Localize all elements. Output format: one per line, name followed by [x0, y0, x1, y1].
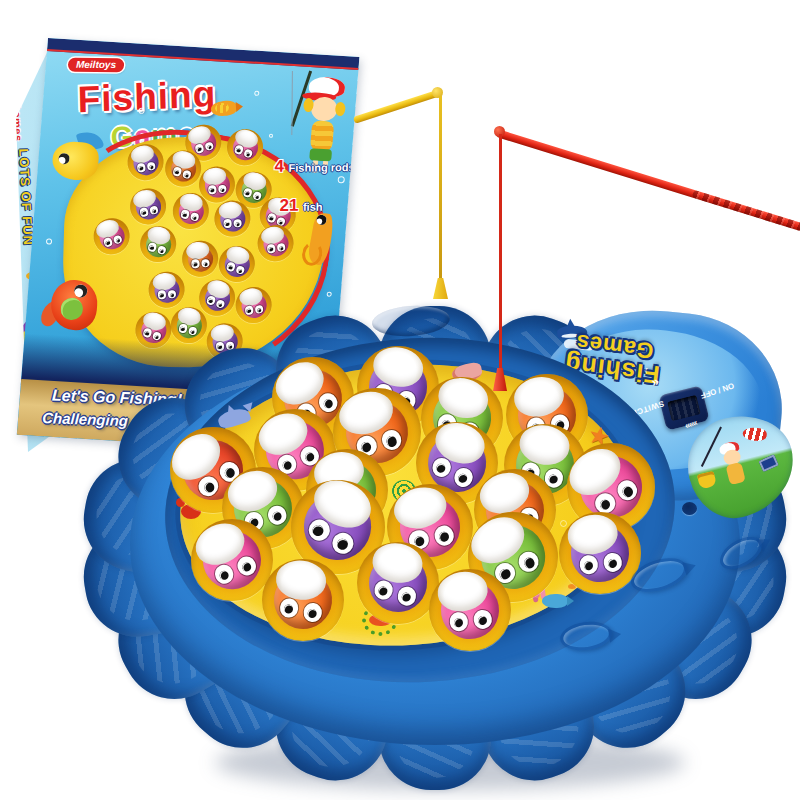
fishing-rods — [0, 0, 800, 800]
yellow-rod[interactable] — [353, 89, 441, 123]
red-rod[interactable] — [496, 129, 800, 231]
yellow-hook[interactable] — [433, 278, 448, 299]
product-photo: Fishing Games LOTS OF FUN Meiltoys Fishi… — [0, 0, 800, 800]
yellow-fishing-line[interactable] — [439, 96, 442, 280]
red-fishing-line[interactable] — [499, 134, 502, 370]
red-hook[interactable] — [493, 368, 507, 391]
